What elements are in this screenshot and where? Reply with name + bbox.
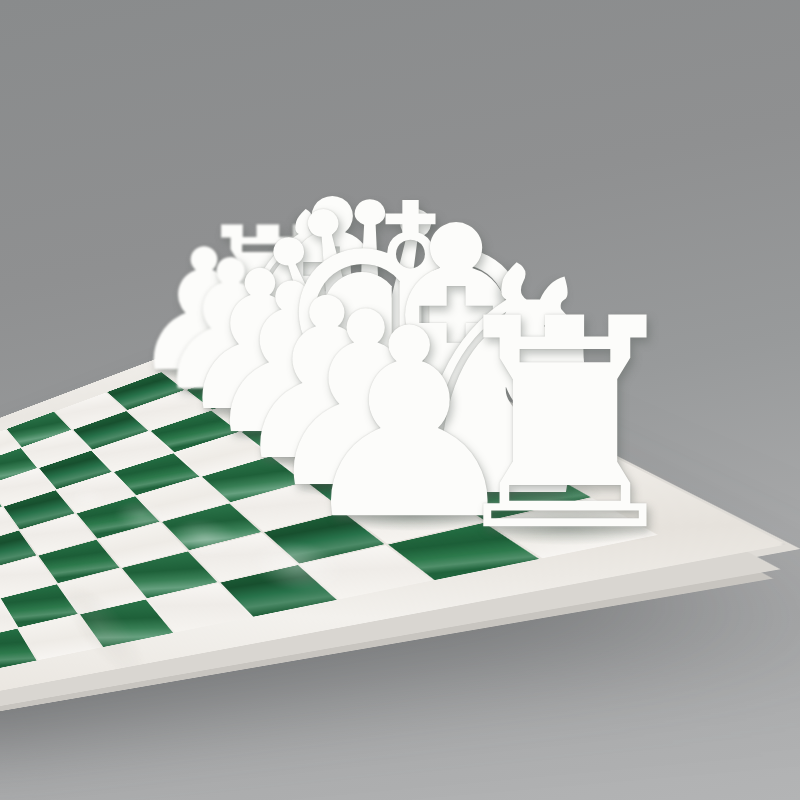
board-grid bbox=[0, 326, 658, 672]
photo-backdrop: ♜♞♝♛♚♝♞♜♟♟♟♟♟♟♟ bbox=[0, 0, 800, 800]
chessboard bbox=[0, 301, 786, 699]
